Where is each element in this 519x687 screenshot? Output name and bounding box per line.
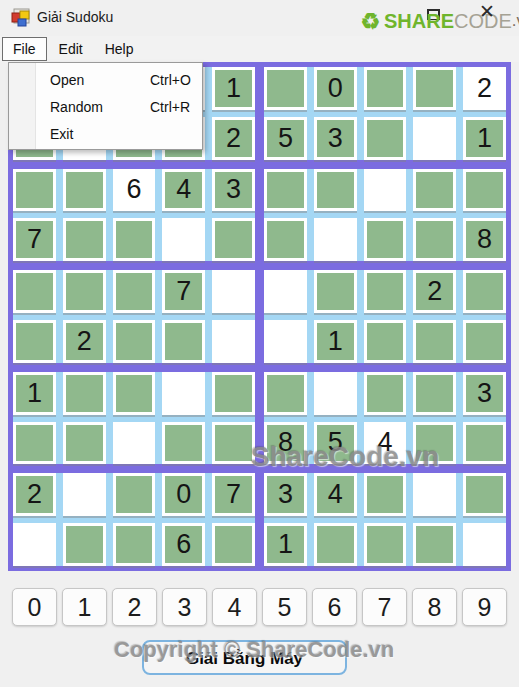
box-5-2: 341 [264, 473, 506, 566]
digit-button-8[interactable]: 8 [412, 588, 457, 626]
cell-r9c7[interactable]: 4 [314, 473, 357, 516]
file-menu-dropdown: Open Ctrl+O Random Ctrl+R Exit [8, 62, 203, 150]
cell-r5c9[interactable]: 2 [413, 270, 456, 313]
cell-r6c3[interactable] [113, 320, 156, 363]
cell-r3c6[interactable] [264, 169, 307, 212]
title-bar: Giải Sudoku ✕ ♻ SHARE CODE .vn [0, 0, 519, 36]
menu-bar: File Edit Help [0, 36, 519, 62]
cell-r7c6[interactable] [264, 372, 307, 415]
cell-r7c2[interactable] [63, 372, 106, 415]
cell-r7c5[interactable] [212, 372, 255, 415]
cell-r2c7[interactable]: 3 [314, 117, 357, 160]
cell-r5c2[interactable] [63, 270, 106, 313]
cell-r3c5[interactable]: 3 [212, 169, 255, 212]
cell-r5c8[interactable] [364, 270, 407, 313]
cell-r2c9[interactable] [413, 117, 456, 160]
cell-r10c2[interactable] [63, 523, 106, 566]
cell-r4c7[interactable] [314, 218, 357, 261]
box-5-1: 2076 [13, 473, 255, 566]
box-3-2: 21 [264, 270, 506, 363]
cell-r9c2[interactable] [63, 473, 106, 516]
cell-r7c8[interactable] [364, 372, 407, 415]
cell-r5c3[interactable] [113, 270, 156, 313]
cell-r3c2[interactable] [63, 169, 106, 212]
cell-r4c6[interactable] [264, 218, 307, 261]
cell-r5c7[interactable] [314, 270, 357, 313]
logo-vn-text: .vn [512, 11, 519, 31]
close-button[interactable]: ✕ [477, 2, 497, 22]
cell-r8c5[interactable] [212, 422, 255, 465]
cell-r7c1[interactable]: 1 [13, 372, 56, 415]
cell-r3c3[interactable]: 6 [113, 169, 156, 212]
cell-r10c6[interactable]: 1 [264, 523, 307, 566]
cell-r10c9[interactable] [413, 523, 456, 566]
cell-r8c4[interactable] [162, 422, 205, 465]
cell-r4c9[interactable] [413, 218, 456, 261]
cell-r2c6[interactable]: 5 [264, 117, 307, 160]
digit-button-7[interactable]: 7 [362, 588, 407, 626]
cell-r4c3[interactable] [113, 218, 156, 261]
cell-r6c5[interactable] [212, 320, 255, 363]
cell-r1c10[interactable]: 2 [463, 67, 506, 110]
cell-r3c9[interactable] [413, 169, 456, 212]
cell-r4c5[interactable] [212, 218, 255, 261]
logo-share-text: SHARE [384, 10, 454, 33]
cell-r9c8[interactable] [364, 473, 407, 516]
digit-button-3[interactable]: 3 [162, 588, 207, 626]
cell-r9c4[interactable]: 0 [162, 473, 205, 516]
box-2-2: 8 [264, 169, 506, 262]
recycle-icon: ♻ [359, 10, 382, 33]
digit-button-4[interactable]: 4 [212, 588, 257, 626]
cell-r2c10[interactable]: 1 [463, 117, 506, 160]
cell-r10c1[interactable] [13, 523, 56, 566]
window-title: Giải Sudoku [37, 9, 113, 25]
cell-r10c3[interactable] [113, 523, 156, 566]
cell-r1c6[interactable] [264, 67, 307, 110]
box-4-2: 3854 [264, 372, 506, 465]
cell-r8c9[interactable] [413, 422, 456, 465]
cell-r7c9[interactable] [413, 372, 456, 415]
digit-button-2[interactable]: 2 [112, 588, 157, 626]
solve-button[interactable]: Giải Bằng Máy [142, 640, 347, 675]
cell-r9c3[interactable] [113, 473, 156, 516]
cell-r1c5[interactable]: 1 [212, 67, 255, 110]
cell-r10c7[interactable] [314, 523, 357, 566]
cell-r9c10[interactable] [463, 473, 506, 516]
menu-item-random-shortcut: Ctrl+R [150, 99, 190, 115]
cell-r6c8[interactable] [364, 320, 407, 363]
menu-item-exit[interactable]: Exit [9, 120, 202, 147]
cell-r4c1[interactable]: 7 [13, 218, 56, 261]
cell-r7c4[interactable] [162, 372, 205, 415]
cell-r3c8[interactable] [364, 169, 407, 212]
menu-item-random-label: Random [50, 99, 103, 115]
cell-r4c8[interactable] [364, 218, 407, 261]
cell-r4c10[interactable]: 8 [463, 218, 506, 261]
cell-r1c7[interactable]: 0 [314, 67, 357, 110]
digit-button-row: 0123456789 [12, 588, 507, 626]
cell-r4c4[interactable] [162, 218, 205, 261]
cell-r9c6[interactable]: 3 [264, 473, 307, 516]
cell-r6c9[interactable] [413, 320, 456, 363]
menu-item-open-shortcut: Ctrl+O [150, 72, 191, 88]
cell-r10c5[interactable] [212, 523, 255, 566]
cell-r9c9[interactable] [413, 473, 456, 516]
box-1-2: 02531 [264, 67, 506, 160]
menu-item-open-label: Open [50, 72, 84, 88]
cell-r7c7[interactable] [314, 372, 357, 415]
cell-r10c4[interactable]: 6 [162, 523, 205, 566]
cell-r1c8[interactable] [364, 67, 407, 110]
cell-r2c8[interactable] [364, 117, 407, 160]
cell-r10c10[interactable] [463, 523, 506, 566]
cell-r2c5[interactable]: 2 [212, 117, 255, 160]
cell-r9c5[interactable]: 7 [212, 473, 255, 516]
box-4-1: 1 [13, 372, 255, 465]
cell-r5c1[interactable] [13, 270, 56, 313]
cell-r6c6[interactable] [264, 320, 307, 363]
cell-r3c1[interactable] [13, 169, 56, 212]
cell-r6c7[interactable]: 1 [314, 320, 357, 363]
cell-r5c6[interactable] [264, 270, 307, 313]
cell-r6c1[interactable] [13, 320, 56, 363]
digit-button-6[interactable]: 6 [312, 588, 357, 626]
cell-r3c7[interactable] [314, 169, 357, 212]
cell-r7c10[interactable]: 3 [463, 372, 506, 415]
menu-edit[interactable]: Edit [49, 38, 93, 60]
cell-r4c2[interactable] [63, 218, 106, 261]
app-icon [11, 8, 30, 27]
cell-r8c7[interactable]: 5 [314, 422, 357, 465]
digit-button-0[interactable]: 0 [12, 588, 57, 626]
cell-r5c4[interactable]: 7 [162, 270, 205, 313]
box-2-1: 6437 [13, 169, 255, 262]
menu-file[interactable]: File [2, 37, 47, 61]
cell-r8c8[interactable]: 4 [364, 422, 407, 465]
cell-r8c6[interactable]: 8 [264, 422, 307, 465]
menu-help[interactable]: Help [95, 38, 144, 60]
box-3-1: 72 [13, 270, 255, 363]
cell-r8c1[interactable] [13, 422, 56, 465]
cell-r6c4[interactable] [162, 320, 205, 363]
menu-item-open[interactable]: Open Ctrl+O [9, 66, 202, 93]
cell-r3c10[interactable] [463, 169, 506, 212]
cell-r8c2[interactable] [63, 422, 106, 465]
cell-r8c3[interactable] [113, 422, 156, 465]
cell-r1c9[interactable] [413, 67, 456, 110]
cell-r10c8[interactable] [364, 523, 407, 566]
cell-r6c2[interactable]: 2 [63, 320, 106, 363]
cell-r7c3[interactable] [113, 372, 156, 415]
cell-r8c10[interactable] [463, 422, 506, 465]
digit-button-5[interactable]: 5 [262, 588, 307, 626]
menu-item-exit-label: Exit [50, 126, 73, 142]
digit-button-1[interactable]: 1 [62, 588, 107, 626]
cell-r3c4[interactable]: 4 [162, 169, 205, 212]
cell-r5c10[interactable] [463, 270, 506, 313]
cell-r6c10[interactable] [463, 320, 506, 363]
cell-r9c1[interactable]: 2 [13, 473, 56, 516]
cell-r5c5[interactable] [212, 270, 255, 313]
digit-button-9[interactable]: 9 [462, 588, 507, 626]
menu-item-random[interactable]: Random Ctrl+R [9, 93, 202, 120]
